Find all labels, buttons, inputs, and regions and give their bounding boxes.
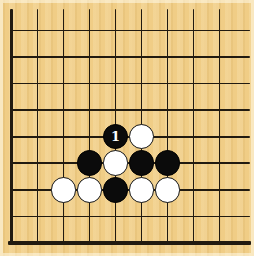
stone-white [51,177,77,203]
stone-black [103,177,129,203]
go-board-surface[interactable]: 1 [0,0,254,256]
stone-white [103,150,129,176]
move-number-label: 1 [111,130,120,143]
stone-white [129,177,155,203]
stone-black-move-1: 1 [103,124,129,150]
stone-black [77,150,103,176]
go-diagram: 1 [0,0,254,256]
stone-white [155,177,181,203]
stones-layer: 1 [0,17,233,256]
stone-white [129,124,155,150]
stone-white [77,177,103,203]
stone-black [129,150,155,176]
stone-black [155,150,181,176]
